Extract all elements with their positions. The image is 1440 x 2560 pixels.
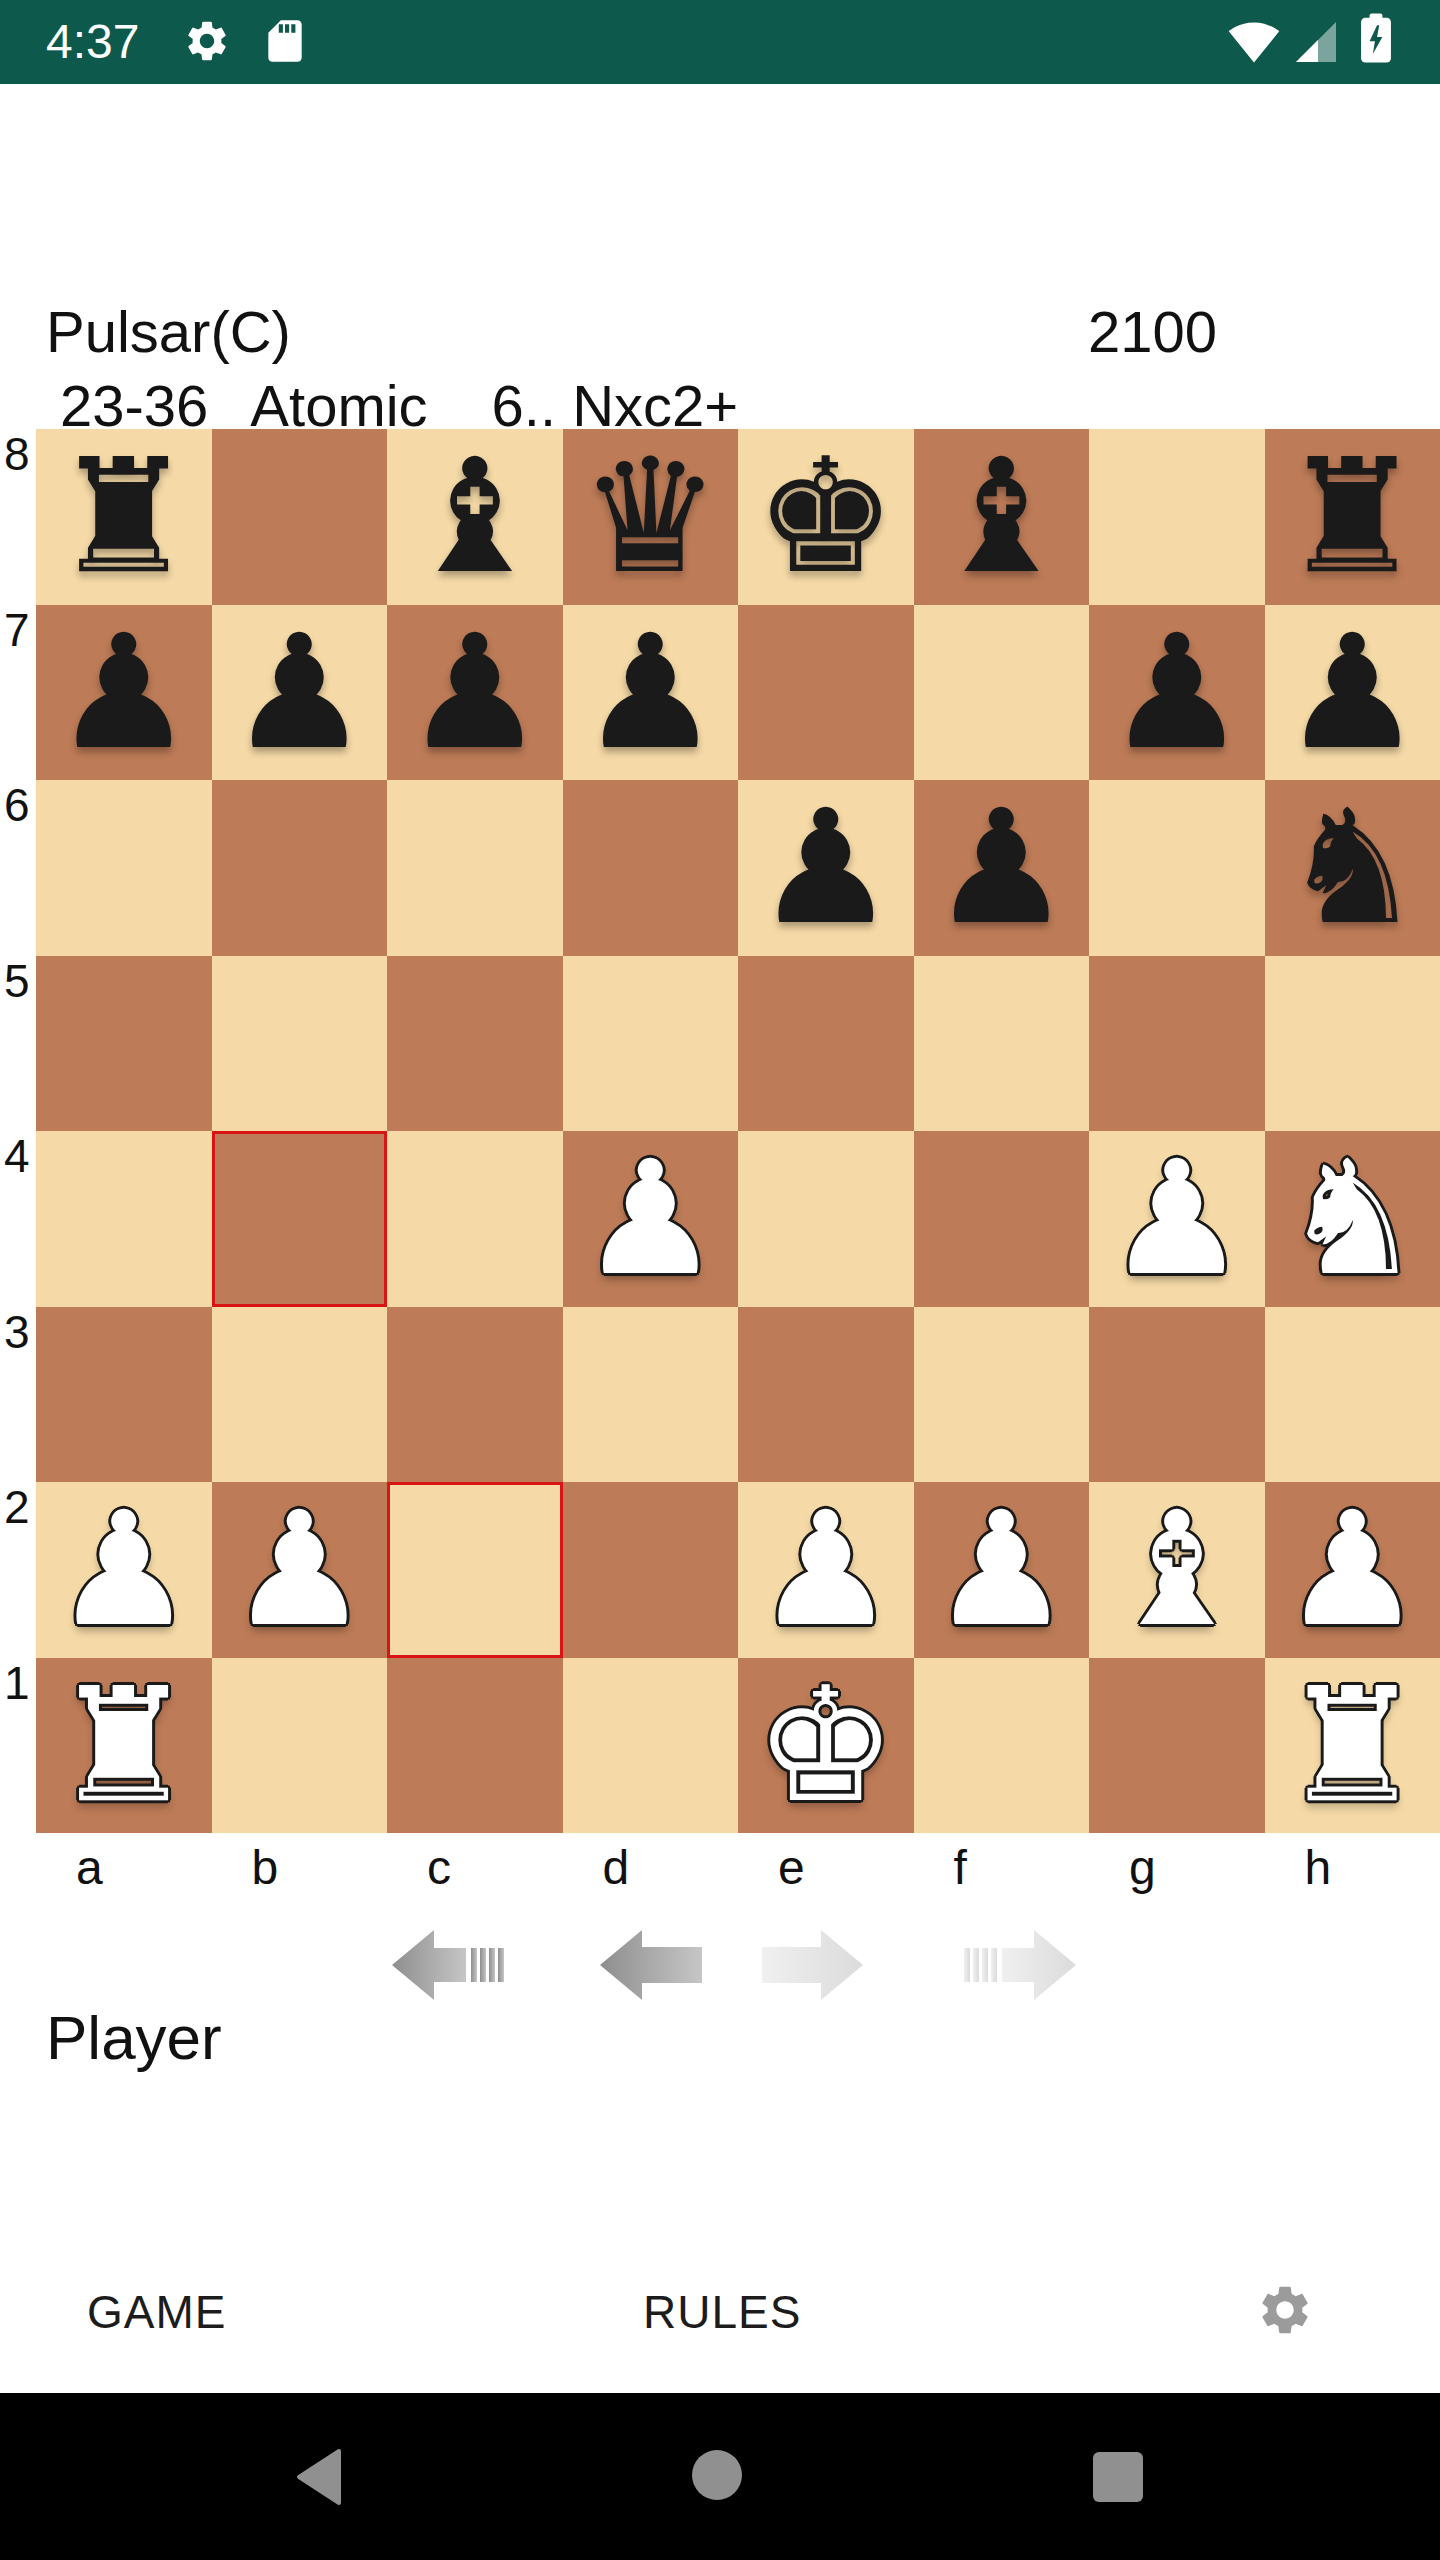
square-a1[interactable]: ♜ [36,1658,212,1834]
gear-icon [1256,2281,1314,2339]
square-f4[interactable] [914,1131,1090,1307]
rank-label-4: 4 [4,1131,30,1307]
square-c5[interactable] [387,956,563,1132]
square-d8[interactable]: ♛ [563,429,739,605]
rank-label-6: 6 [4,780,30,956]
square-c1[interactable] [387,1658,563,1834]
file-labels: abcdefgh [36,1840,1440,1895]
back-icon[interactable] [294,2448,342,2506]
file-label-e: e [738,1840,914,1895]
android-nav-bar [0,2393,1440,2560]
square-a6[interactable] [36,780,212,956]
piece-white-knight[interactable]: ♞ [1281,1131,1423,1307]
square-e6[interactable]: ♟ [738,780,914,956]
next-move-button[interactable] [760,1925,865,2005]
piece-white-pawn[interactable]: ♟ [1281,1482,1423,1658]
square-h1[interactable]: ♜ [1265,1658,1440,1834]
square-g7[interactable]: ♟ [1089,605,1265,781]
square-d4[interactable]: ♟ [563,1131,739,1307]
file-label-g: g [1089,1840,1265,1895]
piece-white-rook[interactable]: ♜ [53,1658,195,1834]
square-h2[interactable]: ♟ [1265,1482,1440,1658]
piece-black-pawn[interactable]: ♟ [930,780,1072,956]
piece-white-pawn[interactable]: ♟ [1106,1131,1248,1307]
square-e4[interactable] [738,1131,914,1307]
rank-label-2: 2 [4,1482,30,1658]
piece-black-pawn[interactable]: ♟ [1281,605,1423,781]
square-b5[interactable] [212,956,388,1132]
piece-black-king[interactable]: ♚ [755,429,897,605]
square-g3[interactable] [1089,1307,1265,1483]
square-a2[interactable]: ♟ [36,1482,212,1658]
square-e8[interactable]: ♚ [738,429,914,605]
piece-white-pawn[interactable]: ♟ [579,1131,721,1307]
square-a8[interactable]: ♜ [36,429,212,605]
game-menu-button[interactable]: GAME [87,2285,226,2339]
square-e5[interactable] [738,956,914,1132]
square-f8[interactable]: ♝ [914,429,1090,605]
square-d2[interactable] [563,1482,739,1658]
first-move-button[interactable] [390,1925,505,2005]
piece-black-knight[interactable]: ♞ [1281,780,1423,956]
square-d7[interactable]: ♟ [563,605,739,781]
engine-rating: 2100 [1088,298,1217,365]
square-b7[interactable]: ♟ [212,605,388,781]
square-c4[interactable] [387,1131,563,1307]
square-d1[interactable] [563,1658,739,1834]
piece-black-pawn[interactable]: ♟ [404,605,546,781]
status-time: 4:37 [46,14,139,69]
status-bar: 4:37 [0,0,1440,84]
square-g5[interactable] [1089,956,1265,1132]
rank-label-8: 8 [4,429,30,605]
app-screen: 4:37 Pulsar(C) 2100 23-36Atomic6.. Nxc2+… [0,0,1440,2560]
first-move-icon [390,1925,505,2005]
engine-name: Pulsar(C) [46,298,291,365]
piece-white-pawn[interactable]: ♟ [755,1482,897,1658]
square-e3[interactable] [738,1307,914,1483]
square-e1[interactable]: ♚ [738,1658,914,1834]
square-f3[interactable] [914,1307,1090,1483]
square-h6[interactable]: ♞ [1265,780,1440,956]
square-b2[interactable]: ♟ [212,1482,388,1658]
square-a3[interactable] [36,1307,212,1483]
square-g8[interactable] [1089,429,1265,605]
piece-black-pawn[interactable]: ♟ [1106,605,1248,781]
wifi-icon [1226,16,1282,68]
piece-black-queen[interactable]: ♛ [579,429,721,605]
file-label-f: f [914,1840,1090,1895]
square-f6[interactable]: ♟ [914,780,1090,956]
square-h3[interactable] [1265,1307,1440,1483]
square-d5[interactable] [563,956,739,1132]
square-c2[interactable] [387,1482,563,1658]
square-b3[interactable] [212,1307,388,1483]
player-name: Player [46,2002,222,2073]
square-a5[interactable] [36,956,212,1132]
square-c6[interactable] [387,780,563,956]
square-e2[interactable]: ♟ [738,1482,914,1658]
piece-black-pawn[interactable]: ♟ [579,605,721,781]
square-c8[interactable]: ♝ [387,429,563,605]
square-g6[interactable] [1089,780,1265,956]
piece-black-pawn[interactable]: ♟ [53,605,195,781]
rank-label-5: 5 [4,956,30,1132]
square-b6[interactable] [212,780,388,956]
piece-black-pawn[interactable]: ♟ [228,605,370,781]
square-f7[interactable] [914,605,1090,781]
piece-black-bishop[interactable]: ♝ [404,429,546,605]
square-a4[interactable] [36,1131,212,1307]
square-g2[interactable]: ♝ [1089,1482,1265,1658]
rank-label-7: 7 [4,605,30,781]
file-label-h: h [1265,1840,1440,1895]
piece-white-pawn[interactable]: ♟ [228,1482,370,1658]
piece-black-pawn[interactable]: ♟ [755,780,897,956]
square-h4[interactable]: ♞ [1265,1131,1440,1307]
battery-charging-icon [1360,13,1392,63]
piece-white-king[interactable]: ♚ [755,1658,897,1834]
square-h7[interactable]: ♟ [1265,605,1440,781]
piece-white-rook[interactable]: ♜ [1281,1658,1423,1834]
next-move-icon [760,1925,865,2005]
file-label-a: a [36,1840,212,1895]
square-b8[interactable] [212,429,388,605]
square-f1[interactable] [914,1658,1090,1834]
square-h8[interactable]: ♜ [1265,429,1440,605]
file-label-b: b [212,1840,388,1895]
file-label-d: d [563,1840,739,1895]
piece-black-bishop[interactable]: ♝ [930,429,1072,605]
rank-labels: 87654321 [4,429,30,1833]
piece-white-bishop[interactable]: ♝ [1106,1482,1248,1658]
piece-black-rook[interactable]: ♜ [53,429,195,605]
piece-white-pawn[interactable]: ♟ [930,1482,1072,1658]
cell-signal-icon [1292,18,1340,66]
square-d6[interactable] [563,780,739,956]
piece-black-rook[interactable]: ♜ [1281,429,1423,605]
square-e7[interactable] [738,605,914,781]
square-f5[interactable] [914,956,1090,1132]
square-d3[interactable] [563,1307,739,1483]
rules-menu-button[interactable]: RULES [643,2285,801,2339]
prev-move-button[interactable] [598,1925,708,2005]
sd-card-icon [260,16,310,66]
file-label-c: c [387,1840,563,1895]
recents-icon[interactable] [1091,2450,1145,2504]
last-move-button[interactable] [963,1925,1078,2005]
square-b4[interactable] [212,1131,388,1307]
rank-label-1: 1 [4,1658,30,1834]
square-a7[interactable]: ♟ [36,605,212,781]
square-g1[interactable] [1089,1658,1265,1834]
piece-white-pawn[interactable]: ♟ [53,1482,195,1658]
square-f2[interactable]: ♟ [914,1482,1090,1658]
square-c7[interactable]: ♟ [387,605,563,781]
home-icon[interactable] [690,2448,744,2502]
last-move-icon [963,1925,1078,2005]
prev-move-icon [598,1925,708,2005]
settings-button[interactable] [1256,2281,1314,2339]
rank-label-3: 3 [4,1307,30,1483]
square-b1[interactable] [212,1658,388,1834]
square-c3[interactable] [387,1307,563,1483]
square-g4[interactable]: ♟ [1089,1131,1265,1307]
gear-icon [183,17,231,65]
square-h5[interactable] [1265,956,1440,1132]
chess-board: ♜♝♛♚♝♜♟♟♟♟♟♟♟♟♞♟♟♞♟♟♟♟♝♟♜♚♜ [36,429,1440,1833]
